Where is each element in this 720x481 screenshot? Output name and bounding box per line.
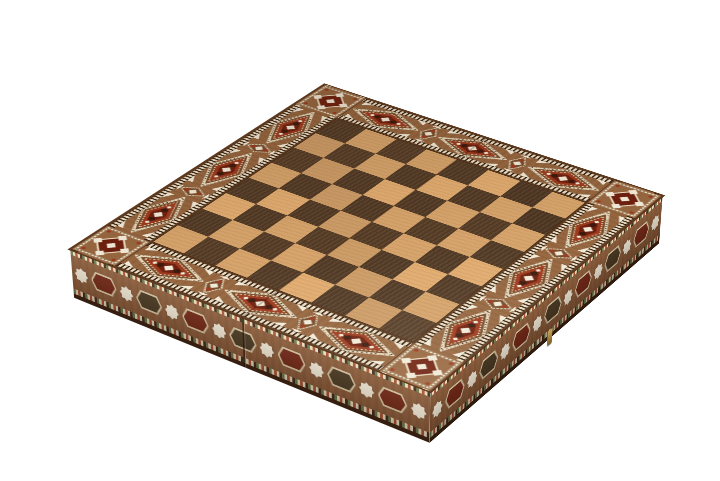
- cartouche-inlay: [91, 270, 118, 299]
- pearl-star-inlay: [75, 268, 88, 283]
- pearl-star-inlay: [411, 403, 427, 419]
- pearl-star-inlay: [467, 371, 477, 386]
- pearl-star-inlay: [500, 343, 510, 358]
- cartouche-inlay: [327, 364, 356, 394]
- pearl-star-inlay: [533, 316, 542, 331]
- pearl-star-inlay: [432, 401, 443, 417]
- product-photo-background: [0, 0, 720, 481]
- pearl-star-inlay: [212, 323, 226, 338]
- pearl-star-inlay: [564, 289, 573, 304]
- pearl-star-inlay: [651, 215, 659, 229]
- pearl-star-inlay: [359, 382, 374, 397]
- pearl-star-inlay: [594, 264, 603, 279]
- pearl-star-inlay: [260, 342, 275, 357]
- cartouche-inlay: [277, 345, 305, 375]
- pearl-star-inlay: [165, 304, 179, 319]
- cartouche-inlay: [136, 288, 163, 317]
- chessboard-box: [74, 130, 659, 443]
- brass-latch: [547, 328, 553, 347]
- pearl-star-inlay: [623, 239, 632, 254]
- cartouche-inlay: [378, 385, 407, 416]
- pearl-star-inlay: [309, 362, 324, 377]
- board-top-face: [70, 84, 662, 391]
- cartouche-inlay: [182, 306, 209, 335]
- pearl-star-inlay: [120, 286, 134, 301]
